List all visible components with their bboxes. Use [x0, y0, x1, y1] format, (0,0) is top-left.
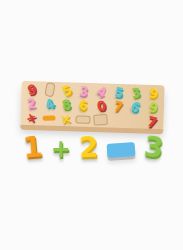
empty-cutout-slot	[93, 114, 108, 126]
piece-equals	[107, 142, 136, 158]
board-cell	[74, 112, 92, 127]
board-cell: 5	[58, 83, 76, 98]
tray-slot: 1	[23, 134, 42, 162]
tray-slot	[107, 134, 135, 157]
board-cell: 4	[40, 97, 58, 112]
piece-7: 7	[113, 99, 125, 114]
piece-1: 1	[22, 133, 44, 163]
piece-2: 2	[79, 134, 99, 163]
board-cell: 4	[93, 84, 111, 99]
piece-3: 3	[142, 133, 165, 163]
puzzle-board: 953453924860769+×7	[20, 81, 164, 130]
piece-0: 0	[96, 99, 107, 113]
board-cell	[40, 111, 58, 126]
board-cell: 3	[75, 83, 93, 98]
piece-4: 4	[95, 84, 109, 100]
tray-slot: 3	[144, 134, 163, 162]
board-cell	[92, 113, 110, 128]
board-cell: 7	[144, 114, 162, 129]
board-cell-empty	[109, 113, 127, 128]
product-photo: 953453924860769+×7 1+23	[0, 0, 183, 250]
board-cell: +	[22, 110, 40, 125]
piece-7: 7	[146, 114, 159, 130]
board-cell: 0	[92, 98, 110, 113]
board-cell: 6	[127, 99, 145, 114]
piece-minus	[42, 116, 55, 121]
piece-4: 4	[42, 96, 55, 111]
board-cell: 7	[110, 99, 128, 114]
empty-cutout-slot	[76, 115, 91, 123]
piece-times: ×	[60, 112, 73, 127]
piece-3: 3	[131, 85, 142, 99]
piece-5: 5	[60, 83, 73, 98]
board-cell: 5	[110, 85, 128, 100]
board-cell: 9	[144, 100, 162, 115]
piece-6: 6	[129, 99, 143, 115]
tray-slot: +	[51, 134, 71, 161]
puzzle-board-grid: 953453924860769+×7	[22, 82, 162, 129]
board-cell: 6	[75, 98, 93, 113]
piece-6: 6	[78, 98, 90, 113]
piece-9: 9	[27, 82, 38, 96]
tray-slot: 2	[79, 134, 98, 162]
loose-pieces-row: 1+23	[23, 134, 163, 174]
board-cell: ×	[57, 112, 75, 127]
board-cell: 3	[127, 85, 145, 100]
board-cell-empty	[127, 114, 145, 129]
board-cell: 9	[145, 86, 163, 101]
piece-plus: +	[24, 110, 39, 126]
piece-plus: +	[51, 137, 71, 161]
board-cell: 9	[23, 82, 41, 97]
